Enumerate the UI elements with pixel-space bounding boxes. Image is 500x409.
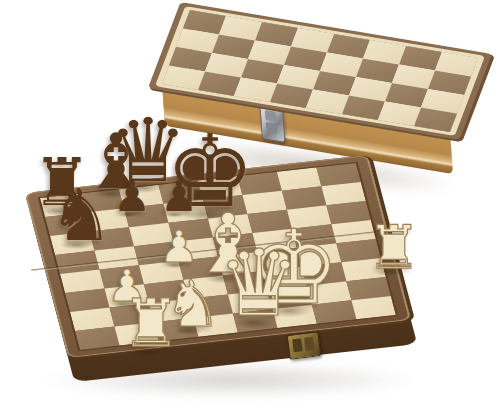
chess-piece-dark-knight-a6[interactable]: ♞ [49, 179, 114, 251]
product-photo-chess-set: ♛♝♜♚♟♟♞♟♜♝♟♚♛♞♜ [0, 0, 500, 409]
chess-piece-white-rook-h4[interactable]: ♜ [367, 217, 421, 277]
chess-piece-white-queen-f3[interactable]: ♛ [218, 238, 300, 330]
chess-piece-dark-pawn-c7[interactable]: ♟ [113, 176, 151, 218]
board-square-h1[interactable] [351, 296, 395, 319]
chess-piece-white-rook-c2[interactable]: ♜ [121, 291, 180, 357]
board-square-a1[interactable] [75, 327, 119, 350]
silver-clasp-icon[interactable] [259, 103, 285, 143]
